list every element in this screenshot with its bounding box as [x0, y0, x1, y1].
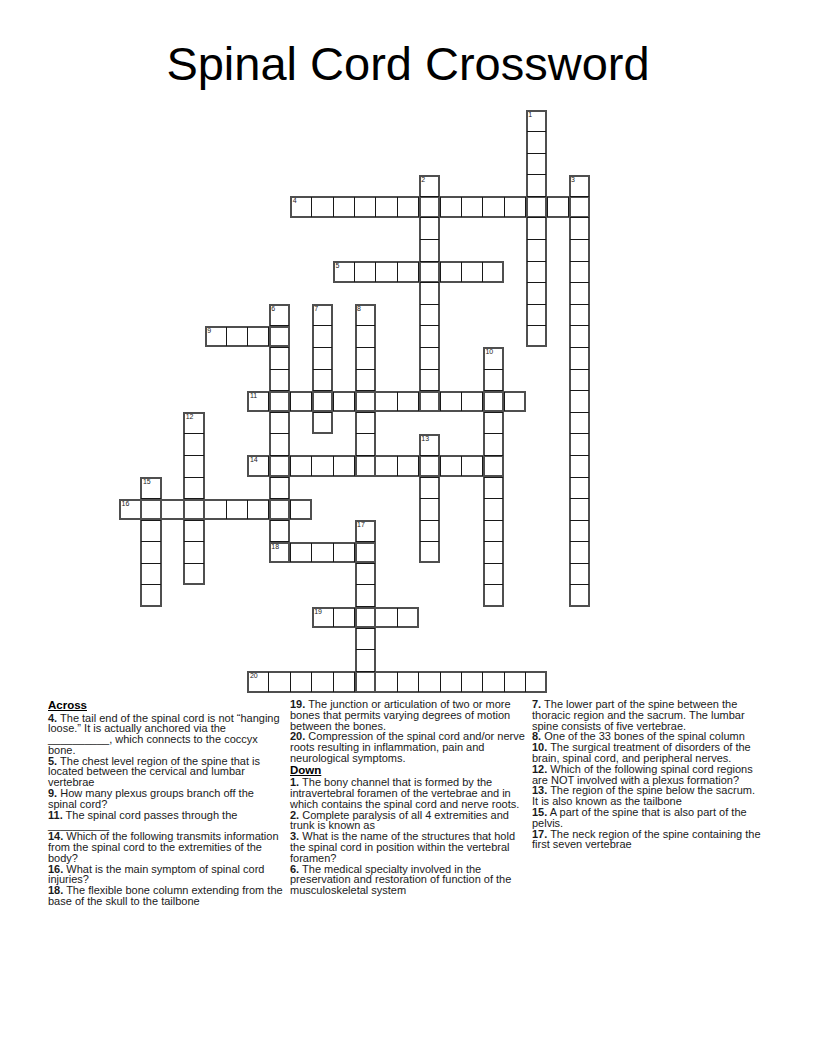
clue-across-14: 14. Which of the following transmits inf… — [48, 831, 283, 863]
clues-header-across: Across — [48, 699, 283, 712]
cell-r26-c18[interactable] — [504, 671, 525, 693]
cell-r18-c21[interactable] — [569, 499, 590, 521]
cell-r18-c17[interactable] — [483, 499, 504, 521]
cell-r13-c11[interactable] — [355, 391, 376, 413]
cell-r13-c15[interactable] — [440, 391, 461, 413]
cell-r5-c21[interactable] — [569, 218, 590, 240]
cell-r15-c3[interactable] — [183, 434, 204, 456]
clues-column-left: Across4. The tail end of the spinal cord… — [48, 699, 283, 907]
cell-r13-c13[interactable] — [397, 391, 418, 413]
cell-r7-c17[interactable] — [483, 261, 504, 283]
cell-r3-c21[interactable] — [569, 175, 590, 197]
cell-r17-c21[interactable] — [569, 477, 590, 499]
cell-r7-c14[interactable] — [419, 261, 440, 283]
cell-r2-c19[interactable] — [526, 153, 547, 175]
cell-r19-c21[interactable] — [569, 520, 590, 542]
cell-r16-c14[interactable] — [419, 455, 440, 477]
cell-r26-c12[interactable] — [376, 671, 397, 693]
cell-r15-c7[interactable] — [269, 434, 290, 456]
cell-r22-c17[interactable] — [483, 585, 504, 607]
cell-r26-c15[interactable] — [440, 671, 461, 693]
cell-r15-c14[interactable] — [419, 434, 440, 456]
cell-r7-c15[interactable] — [440, 261, 461, 283]
cell-r18-c2[interactable] — [162, 499, 183, 521]
clue-number: 6. — [290, 863, 299, 875]
clue-down-15: 15. A part of the spine that is also par… — [532, 807, 762, 829]
clue-number: 16. — [48, 863, 63, 875]
clue-number: 19. — [290, 698, 305, 710]
cell-r14-c9[interactable] — [312, 412, 333, 434]
cell-r13-c7[interactable] — [269, 391, 290, 413]
clues-column-right: 7. The lower part of the spine between t… — [532, 699, 762, 907]
clue-number: 11. — [48, 809, 63, 821]
cell-r15-c21[interactable] — [569, 434, 590, 456]
cell-r4-c13[interactable] — [397, 196, 418, 218]
cell-r20-c3[interactable] — [183, 542, 204, 564]
cell-r14-c21[interactable] — [569, 412, 590, 434]
cell-r18-c7[interactable] — [269, 499, 290, 521]
cell-r4-c8[interactable] — [290, 196, 311, 218]
cell-r13-c21[interactable] — [569, 391, 590, 413]
clue-number: 9. — [48, 787, 57, 799]
cell-r26-c16[interactable] — [462, 671, 483, 693]
cell-r13-c14[interactable] — [419, 391, 440, 413]
cell-r7-c12[interactable] — [376, 261, 397, 283]
cell-r16-c12[interactable] — [376, 455, 397, 477]
cell-r17-c17[interactable] — [483, 477, 504, 499]
cell-r17-c3[interactable] — [183, 477, 204, 499]
cell-r22-c11[interactable] — [355, 585, 376, 607]
cell-r12-c17[interactable] — [483, 369, 504, 391]
cell-r21-c11[interactable] — [355, 563, 376, 585]
cell-r18-c0[interactable] — [119, 499, 140, 521]
clue-down-7: 7. The lower part of the spine between t… — [532, 699, 762, 731]
cell-r21-c3[interactable] — [183, 563, 204, 585]
cell-r20-c1[interactable] — [140, 542, 161, 564]
clues-section: Across4. The tail end of the spinal cord… — [48, 699, 774, 907]
cell-r17-c7[interactable] — [269, 477, 290, 499]
cell-r0-c19[interactable] — [526, 110, 547, 132]
cell-r3-c14[interactable] — [419, 175, 440, 197]
cell-r18-c5[interactable] — [226, 499, 247, 521]
clue-across-11: 11. The spinal cord passes through the _… — [48, 810, 283, 832]
cell-r4-c16[interactable] — [462, 196, 483, 218]
cell-r16-c15[interactable] — [440, 455, 461, 477]
cell-r26-c10[interactable] — [333, 671, 354, 693]
cell-r12-c14[interactable] — [419, 369, 440, 391]
cell-r5-c14[interactable] — [419, 218, 440, 240]
cell-r13-c12[interactable] — [376, 391, 397, 413]
cell-r9-c21[interactable] — [569, 304, 590, 326]
cell-r4-c21[interactable] — [569, 196, 590, 218]
cell-r24-c11[interactable] — [355, 628, 376, 650]
cell-r16-c11[interactable] — [355, 455, 376, 477]
clue-across-16: 16. What is the main symptom of spinal c… — [48, 864, 283, 886]
cell-r13-c10[interactable] — [333, 391, 354, 413]
clue-number: 2. — [290, 809, 299, 821]
cell-r12-c11[interactable] — [355, 369, 376, 391]
cell-r16-c9[interactable] — [312, 455, 333, 477]
cell-r13-c8[interactable] — [290, 391, 311, 413]
cell-r5-c19[interactable] — [526, 218, 547, 240]
cell-r8-c19[interactable] — [526, 283, 547, 305]
cell-r21-c1[interactable] — [140, 563, 161, 585]
cell-r9-c11[interactable] — [355, 304, 376, 326]
clue-down-1: 1. The bony channel that is formed by th… — [290, 777, 525, 809]
cell-r12-c9[interactable] — [312, 369, 333, 391]
clue-across-19: 19. The junction or articulation of two … — [290, 699, 525, 731]
cell-r26-c13[interactable] — [397, 671, 418, 693]
cell-r10-c11[interactable] — [355, 326, 376, 348]
cell-r6-c14[interactable] — [419, 240, 440, 262]
cell-r16-c17[interactable] — [483, 455, 504, 477]
cell-r6-c19[interactable] — [526, 240, 547, 262]
clue-across-9: 9. How many plexus groups branch off the… — [48, 788, 283, 810]
cell-r15-c11[interactable] — [355, 434, 376, 456]
cell-r6-c21[interactable] — [569, 240, 590, 262]
cell-r11-c9[interactable] — [312, 347, 333, 369]
clue-number: 18. — [48, 884, 63, 896]
cell-r16-c13[interactable] — [397, 455, 418, 477]
cell-r26-c9[interactable] — [312, 671, 333, 693]
cell-r19-c3[interactable] — [183, 520, 204, 542]
cell-r11-c7[interactable] — [269, 347, 290, 369]
clue-across-5: 5. The chest level region of the spine t… — [48, 756, 283, 788]
cell-r4-c10[interactable] — [333, 196, 354, 218]
cell-r16-c10[interactable] — [333, 455, 354, 477]
cell-r18-c6[interactable] — [247, 499, 268, 521]
cell-r16-c6[interactable] — [247, 455, 268, 477]
cell-r20-c9[interactable] — [312, 542, 333, 564]
cell-r26-c11[interactable] — [355, 671, 376, 693]
cell-r21-c21[interactable] — [569, 563, 590, 585]
clue-number: 17. — [532, 828, 547, 840]
clue-across-20: 20. Compression of the spinal cord and/o… — [290, 731, 525, 763]
cell-r18-c1[interactable] — [140, 499, 161, 521]
cell-r12-c21[interactable] — [569, 369, 590, 391]
cell-r20-c17[interactable] — [483, 542, 504, 564]
clue-down-2: 2. Complete paralysis of all 4 extremiti… — [290, 810, 525, 832]
cell-r10-c19[interactable] — [526, 326, 547, 348]
cell-r9-c14[interactable] — [419, 304, 440, 326]
cell-r22-c21[interactable] — [569, 585, 590, 607]
cell-r19-c11[interactable] — [355, 520, 376, 542]
cell-r18-c4[interactable] — [205, 499, 226, 521]
cell-r26-c6[interactable] — [247, 671, 268, 693]
cell-r8-c21[interactable] — [569, 283, 590, 305]
cell-r20-c21[interactable] — [569, 542, 590, 564]
clue-across-4: 4. The tail end of the spinal cord is no… — [48, 713, 283, 756]
cell-r16-c16[interactable] — [462, 455, 483, 477]
cell-r7-c10[interactable] — [333, 261, 354, 283]
cell-r4-c17[interactable] — [483, 196, 504, 218]
cell-r11-c11[interactable] — [355, 347, 376, 369]
cell-r9-c19[interactable] — [526, 304, 547, 326]
cell-r26-c7[interactable] — [269, 671, 290, 693]
cell-r23-c11[interactable] — [355, 607, 376, 629]
cell-r7-c19[interactable] — [526, 261, 547, 283]
cell-r18-c14[interactable] — [419, 499, 440, 521]
cell-r20-c14[interactable] — [419, 542, 440, 564]
cell-r13-c9[interactable] — [312, 391, 333, 413]
cell-r13-c6[interactable] — [247, 391, 268, 413]
clue-across-18: 18. The flexible bone column extending f… — [48, 885, 283, 907]
cell-r14-c3[interactable] — [183, 412, 204, 434]
cell-r4-c15[interactable] — [440, 196, 461, 218]
cell-r11-c17[interactable] — [483, 347, 504, 369]
clue-number: 10. — [532, 741, 547, 753]
cell-r20-c10[interactable] — [333, 542, 354, 564]
cell-r21-c17[interactable] — [483, 563, 504, 585]
cell-r26-c14[interactable] — [419, 671, 440, 693]
cell-r19-c7[interactable] — [269, 520, 290, 542]
cell-r4-c9[interactable] — [312, 196, 333, 218]
cell-r13-c18[interactable] — [504, 391, 525, 413]
cell-r10-c5[interactable] — [226, 326, 247, 348]
cell-r14-c7[interactable] — [269, 412, 290, 434]
cell-r17-c1[interactable] — [140, 477, 161, 499]
clue-number: 1. — [290, 776, 299, 788]
cell-r14-c11[interactable] — [355, 412, 376, 434]
cell-r4-c20[interactable] — [547, 196, 568, 218]
clue-number: 5. — [48, 755, 57, 767]
worksheet-page: Spinal Cord Crossword 459111416181920123… — [0, 0, 816, 1056]
clue-number: 14. — [48, 830, 63, 842]
cell-r10-c6[interactable] — [247, 326, 268, 348]
clue-down-6: 6. The medical specialty involved in the… — [290, 864, 525, 896]
cell-r18-c3[interactable] — [183, 499, 204, 521]
cell-r10-c4[interactable] — [205, 326, 226, 348]
cell-r9-c9[interactable] — [312, 304, 333, 326]
cell-r7-c21[interactable] — [569, 261, 590, 283]
cell-r16-c8[interactable] — [290, 455, 311, 477]
cell-r22-c1[interactable] — [140, 585, 161, 607]
cell-r23-c13[interactable] — [397, 607, 418, 629]
clue-number: 4. — [48, 712, 57, 724]
cell-r7-c16[interactable] — [462, 261, 483, 283]
cell-r19-c17[interactable] — [483, 520, 504, 542]
cell-r26-c17[interactable] — [483, 671, 504, 693]
cell-r10-c21[interactable] — [569, 326, 590, 348]
cell-r25-c11[interactable] — [355, 650, 376, 672]
cell-r4-c11[interactable] — [355, 196, 376, 218]
cell-r4-c12[interactable] — [376, 196, 397, 218]
cell-r1-c19[interactable] — [526, 132, 547, 154]
cell-r7-c13[interactable] — [397, 261, 418, 283]
cell-r19-c14[interactable] — [419, 520, 440, 542]
cell-r3-c19[interactable] — [526, 175, 547, 197]
clue-number: 7. — [532, 698, 541, 710]
clue-number: 20. — [290, 730, 305, 742]
cell-r16-c7[interactable] — [269, 455, 290, 477]
clue-number: 13. — [532, 784, 547, 796]
clue-down-10: 10. The surgical treatment of disorders … — [532, 742, 762, 764]
cell-r13-c16[interactable] — [462, 391, 483, 413]
cell-r10-c7[interactable] — [269, 326, 290, 348]
cell-r4-c14[interactable] — [419, 196, 440, 218]
cell-r11-c14[interactable] — [419, 347, 440, 369]
clues-header-down: Down — [290, 764, 525, 777]
cell-r8-c14[interactable] — [419, 283, 440, 305]
cell-r20-c7[interactable] — [269, 542, 290, 564]
cell-r13-c17[interactable] — [483, 391, 504, 413]
clue-number: 12. — [532, 763, 547, 775]
clue-down-13: 13. The region of the spine below the sa… — [532, 785, 762, 807]
cell-r23-c9[interactable] — [312, 607, 333, 629]
cell-r16-c3[interactable] — [183, 455, 204, 477]
clues-column-middle: 19. The junction or articulation of two … — [290, 699, 525, 907]
clue-number: 15. — [532, 806, 547, 818]
cell-r20-c8[interactable] — [290, 542, 311, 564]
cell-r12-c7[interactable] — [269, 369, 290, 391]
cell-r4-c19[interactable] — [526, 196, 547, 218]
cell-r10-c9[interactable] — [312, 326, 333, 348]
cell-r11-c21[interactable] — [569, 347, 590, 369]
cell-r10-c14[interactable] — [419, 326, 440, 348]
cell-r18-c8[interactable] — [290, 499, 311, 521]
clue-number: 3. — [290, 830, 299, 842]
cell-r16-c21[interactable] — [569, 455, 590, 477]
cell-r20-c11[interactable] — [355, 542, 376, 564]
cell-r17-c14[interactable] — [419, 477, 440, 499]
cell-r23-c12[interactable] — [376, 607, 397, 629]
cell-r23-c10[interactable] — [333, 607, 354, 629]
page-title: Spinal Cord Crossword — [0, 36, 816, 91]
cell-r7-c11[interactable] — [355, 261, 376, 283]
crossword-grid: 4591114161819201236781012131517 — [119, 110, 590, 693]
cell-r26-c19[interactable] — [526, 671, 547, 693]
cell-r19-c1[interactable] — [140, 520, 161, 542]
clue-down-12: 12. Which of the following spinal cord r… — [532, 764, 762, 786]
cell-r15-c17[interactable] — [483, 434, 504, 456]
cell-r4-c18[interactable] — [504, 196, 525, 218]
clue-down-17: 17. The neck region of the spine contain… — [532, 829, 762, 851]
clue-down-3: 3. What is the name of the structures th… — [290, 831, 525, 863]
cell-r14-c17[interactable] — [483, 412, 504, 434]
cell-r26-c8[interactable] — [290, 671, 311, 693]
cell-r9-c7[interactable] — [269, 304, 290, 326]
